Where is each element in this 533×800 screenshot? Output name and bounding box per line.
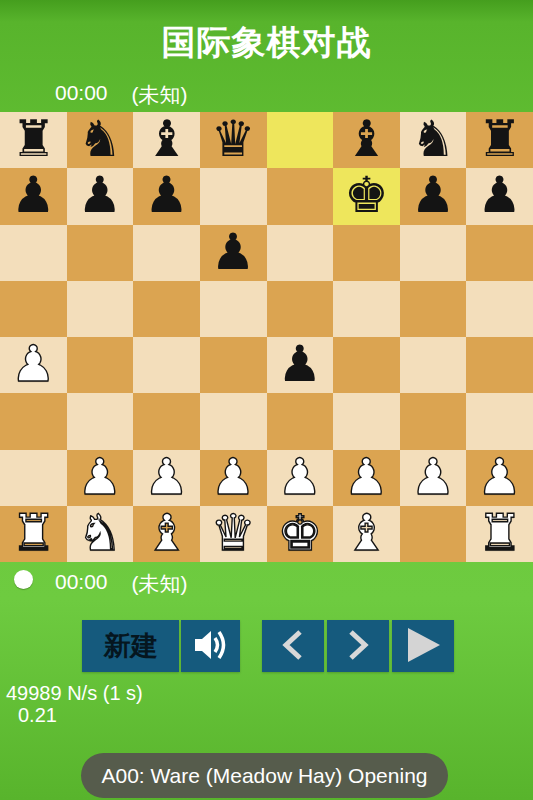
square-d7[interactable]	[200, 168, 267, 224]
square-f7[interactable]: ♚	[333, 168, 400, 224]
square-c7[interactable]: ♟	[133, 168, 200, 224]
square-b8[interactable]: ♞	[67, 112, 134, 168]
square-a3[interactable]	[0, 393, 67, 449]
square-e8[interactable]	[267, 112, 334, 168]
piece-black-pawn[interactable]: ♟	[277, 339, 322, 391]
chevron-left-icon	[276, 625, 310, 668]
piece-black-rook[interactable]: ♜	[11, 114, 56, 166]
square-f1[interactable]: ♝	[333, 506, 400, 562]
engine-evaluation-text: 0.21	[18, 704, 57, 727]
square-b5[interactable]	[67, 281, 134, 337]
square-h3[interactable]	[466, 393, 533, 449]
piece-white-queen[interactable]: ♛	[211, 508, 256, 560]
engine-speed-text: 49989 N/s (1 s)	[6, 682, 143, 705]
square-a2[interactable]	[0, 450, 67, 506]
piece-white-pawn[interactable]: ♟	[211, 452, 256, 504]
square-d6[interactable]: ♟	[200, 225, 267, 281]
white-turn-indicator-dot	[14, 570, 33, 589]
piece-white-pawn[interactable]: ♟	[277, 452, 322, 504]
square-b4[interactable]	[67, 337, 134, 393]
speaker-icon	[191, 626, 231, 667]
square-f2[interactable]: ♟	[333, 450, 400, 506]
play-icon	[402, 624, 444, 669]
square-d3[interactable]	[200, 393, 267, 449]
square-f4[interactable]	[333, 337, 400, 393]
sound-button[interactable]	[181, 620, 240, 672]
piece-black-king[interactable]: ♚	[344, 170, 389, 222]
piece-white-pawn[interactable]: ♟	[78, 452, 123, 504]
piece-white-pawn[interactable]: ♟	[144, 452, 189, 504]
piece-white-pawn[interactable]: ♟	[477, 452, 522, 504]
square-h4[interactable]	[466, 337, 533, 393]
next-move-button[interactable]	[327, 620, 389, 672]
piece-black-pawn[interactable]: ♟	[477, 170, 522, 222]
square-f3[interactable]	[333, 393, 400, 449]
square-f5[interactable]	[333, 281, 400, 337]
square-g5[interactable]	[400, 281, 467, 337]
square-g7[interactable]: ♟	[400, 168, 467, 224]
square-h2[interactable]: ♟	[466, 450, 533, 506]
piece-black-pawn[interactable]: ♟	[78, 170, 123, 222]
square-h5[interactable]	[466, 281, 533, 337]
piece-black-knight[interactable]: ♞	[411, 114, 456, 166]
square-e7[interactable]	[267, 168, 334, 224]
square-c5[interactable]	[133, 281, 200, 337]
square-e6[interactable]	[267, 225, 334, 281]
black-clock-row: 00:00 (未知)	[55, 81, 188, 109]
square-g4[interactable]	[400, 337, 467, 393]
piece-black-pawn[interactable]: ♟	[144, 170, 189, 222]
page-title: 国际象棋对战	[0, 20, 533, 66]
square-b7[interactable]: ♟	[67, 168, 134, 224]
square-d4[interactable]	[200, 337, 267, 393]
square-a6[interactable]	[0, 225, 67, 281]
square-f8[interactable]: ♝	[333, 112, 400, 168]
piece-black-knight[interactable]: ♞	[78, 114, 123, 166]
app-screen: 国际象棋对战 00:00 (未知) ♜♞♝♛♝♞♜♟♟♟♚♟♟♟♟♟♟♟♟♟♟♟…	[0, 0, 533, 800]
square-b3[interactable]	[67, 393, 134, 449]
square-a4[interactable]: ♟	[0, 337, 67, 393]
square-b6[interactable]	[67, 225, 134, 281]
square-b2[interactable]: ♟	[67, 450, 134, 506]
square-a7[interactable]: ♟	[0, 168, 67, 224]
square-d1[interactable]: ♛	[200, 506, 267, 562]
chevron-right-icon	[341, 625, 375, 668]
square-e1[interactable]: ♚	[267, 506, 334, 562]
square-e2[interactable]: ♟	[267, 450, 334, 506]
square-a8[interactable]: ♜	[0, 112, 67, 168]
white-clock-time: 00:00	[55, 570, 108, 598]
previous-move-button[interactable]	[262, 620, 324, 672]
piece-white-king[interactable]: ♚	[277, 508, 322, 560]
white-clock-status: (未知)	[132, 570, 188, 598]
square-h1[interactable]: ♜	[466, 506, 533, 562]
piece-white-rook[interactable]: ♜	[477, 508, 522, 560]
square-e3[interactable]	[267, 393, 334, 449]
new-game-button[interactable]: 新建	[82, 620, 179, 672]
square-d8[interactable]: ♛	[200, 112, 267, 168]
piece-black-bishop[interactable]: ♝	[344, 114, 389, 166]
piece-white-pawn[interactable]: ♟	[411, 452, 456, 504]
square-h6[interactable]	[466, 225, 533, 281]
square-g1[interactable]	[400, 506, 467, 562]
square-d2[interactable]: ♟	[200, 450, 267, 506]
square-c4[interactable]	[133, 337, 200, 393]
piece-black-queen[interactable]: ♛	[211, 114, 256, 166]
square-f6[interactable]	[333, 225, 400, 281]
square-e4[interactable]: ♟	[267, 337, 334, 393]
square-e5[interactable]	[267, 281, 334, 337]
square-g3[interactable]	[400, 393, 467, 449]
piece-white-pawn[interactable]: ♟	[11, 339, 56, 391]
black-clock-status: (未知)	[132, 81, 188, 109]
opening-name-toast: A00: Ware (Meadow Hay) Opening	[81, 753, 448, 798]
square-a1[interactable]: ♜	[0, 506, 67, 562]
piece-black-rook[interactable]: ♜	[477, 114, 522, 166]
piece-black-pawn[interactable]: ♟	[411, 170, 456, 222]
white-clock-row: 00:00 (未知)	[55, 570, 188, 598]
square-g6[interactable]	[400, 225, 467, 281]
black-clock-time: 00:00	[55, 81, 108, 109]
square-g2[interactable]: ♟	[400, 450, 467, 506]
square-d5[interactable]	[200, 281, 267, 337]
square-h7[interactable]: ♟	[466, 168, 533, 224]
square-c8[interactable]: ♝	[133, 112, 200, 168]
square-c2[interactable]: ♟	[133, 450, 200, 506]
piece-black-pawn[interactable]: ♟	[211, 227, 256, 279]
piece-white-knight[interactable]: ♞	[78, 508, 123, 560]
piece-black-pawn[interactable]: ♟	[11, 170, 56, 222]
square-c6[interactable]	[133, 225, 200, 281]
square-a5[interactable]	[0, 281, 67, 337]
square-g8[interactable]: ♞	[400, 112, 467, 168]
square-c3[interactable]	[133, 393, 200, 449]
piece-white-rook[interactable]: ♜	[11, 508, 56, 560]
piece-white-bishop[interactable]: ♝	[344, 508, 389, 560]
piece-white-bishop[interactable]: ♝	[144, 508, 189, 560]
piece-white-pawn[interactable]: ♟	[344, 452, 389, 504]
square-b1[interactable]: ♞	[67, 506, 134, 562]
play-button[interactable]	[392, 620, 454, 672]
square-h8[interactable]: ♜	[466, 112, 533, 168]
square-c1[interactable]: ♝	[133, 506, 200, 562]
chess-board[interactable]: ♜♞♝♛♝♞♜♟♟♟♚♟♟♟♟♟♟♟♟♟♟♟♟♜♞♝♛♚♝♜	[0, 112, 533, 562]
piece-black-bishop[interactable]: ♝	[144, 114, 189, 166]
